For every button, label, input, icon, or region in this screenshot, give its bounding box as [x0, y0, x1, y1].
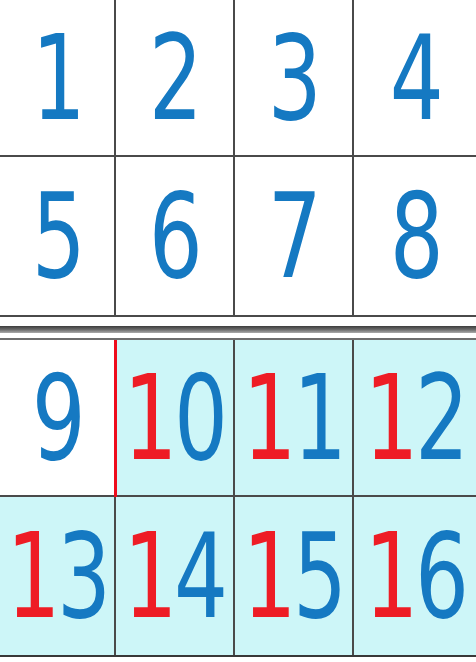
digit-tens: 1	[124, 359, 174, 477]
separator-bar	[0, 326, 476, 333]
cell-16-number: 16	[365, 517, 466, 635]
cell-14-number: 14	[124, 517, 225, 635]
grid-top: 1 2 3 4 5 6 7 8	[0, 0, 476, 317]
cell-1-number: 1	[32, 19, 82, 137]
digit-ones: 2	[415, 359, 465, 477]
cell-2: 2	[116, 0, 235, 157]
cell-12-number: 12	[365, 359, 466, 477]
digit-ones: 2	[149, 19, 199, 137]
digit-ones: 0	[175, 359, 225, 477]
cell-8-number: 8	[390, 177, 440, 295]
digit-tens: 1	[7, 517, 57, 635]
cell-1: 1	[0, 0, 116, 157]
cell-13: 13	[0, 497, 116, 655]
red-marker-line	[114, 340, 117, 497]
cell-4: 4	[354, 0, 476, 157]
digit-ones: 6	[415, 517, 465, 635]
cell-15-number: 15	[243, 517, 344, 635]
digit-ones: 1	[294, 359, 344, 477]
digit-tens: 1	[365, 359, 415, 477]
digit-tens: 1	[365, 517, 415, 635]
cell-2-number: 2	[149, 19, 199, 137]
cell-3: 3	[235, 0, 354, 157]
cell-11: 11	[235, 340, 354, 497]
digit-ones: 4	[175, 517, 225, 635]
digit-ones: 5	[32, 177, 82, 295]
cell-16: 16	[354, 497, 476, 655]
cell-10-number: 10	[124, 359, 225, 477]
cell-7-number: 7	[268, 177, 318, 295]
cell-6: 6	[116, 157, 235, 315]
cell-13-number: 13	[7, 517, 108, 635]
cell-10: 10	[116, 340, 235, 497]
grid-bottom: 9 10 11 12 13 14 15 16	[0, 338, 476, 657]
digit-ones: 9	[32, 359, 82, 477]
cell-5-number: 5	[32, 177, 82, 295]
cell-6-number: 6	[149, 177, 199, 295]
cell-15: 15	[235, 497, 354, 655]
cell-5: 5	[0, 157, 116, 315]
digit-ones: 3	[57, 517, 107, 635]
digit-ones: 3	[268, 19, 318, 137]
digit-ones: 5	[294, 517, 344, 635]
digit-ones: 1	[32, 19, 82, 137]
cell-12: 12	[354, 340, 476, 497]
cell-14: 14	[116, 497, 235, 655]
cell-7: 7	[235, 157, 354, 315]
digit-tens: 1	[124, 517, 174, 635]
digit-ones: 7	[268, 177, 318, 295]
cell-3-number: 3	[268, 19, 318, 137]
cell-11-number: 11	[243, 359, 344, 477]
digit-tens: 1	[243, 517, 293, 635]
digit-ones: 8	[390, 177, 440, 295]
digit-ones: 6	[149, 177, 199, 295]
digit-ones: 4	[390, 19, 440, 137]
digit-tens: 1	[243, 359, 293, 477]
cell-8: 8	[354, 157, 476, 315]
cell-4-number: 4	[390, 19, 440, 137]
cell-9-number: 9	[32, 359, 82, 477]
cell-9: 9	[0, 340, 116, 497]
